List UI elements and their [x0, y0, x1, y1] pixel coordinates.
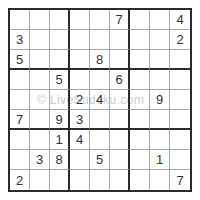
- cell-r2c9[interactable]: 2: [170, 30, 190, 50]
- cell-r1c1[interactable]: [10, 10, 30, 30]
- cell-r8c1[interactable]: [10, 150, 30, 170]
- cell-r3c9[interactable]: [170, 50, 190, 70]
- cell-r2c1[interactable]: 3: [10, 30, 30, 50]
- cell-r5c8[interactable]: 9: [150, 90, 170, 110]
- cell-r9c7[interactable]: [130, 170, 150, 190]
- cell-r1c4[interactable]: [70, 10, 90, 30]
- cell-r6c7[interactable]: [130, 110, 150, 130]
- cell-r5c3[interactable]: [50, 90, 70, 110]
- cell-r1c9[interactable]: 4: [170, 10, 190, 30]
- cell-r6c2[interactable]: [30, 110, 50, 130]
- cell-r9c1[interactable]: 2: [10, 170, 30, 190]
- cell-r5c1[interactable]: [10, 90, 30, 110]
- cell-r1c2[interactable]: [30, 10, 50, 30]
- cell-r2c7[interactable]: [130, 30, 150, 50]
- cell-r7c9[interactable]: [170, 130, 190, 150]
- cell-r9c9[interactable]: 7: [170, 170, 190, 190]
- cell-r7c4[interactable]: 4: [70, 130, 90, 150]
- cell-r2c2[interactable]: [30, 30, 50, 50]
- sudoku-grid: 7432585624979314385127: [10, 10, 190, 190]
- cell-r2c5[interactable]: [90, 30, 110, 50]
- cell-r9c4[interactable]: [70, 170, 90, 190]
- cell-r9c5[interactable]: [90, 170, 110, 190]
- cell-r9c3[interactable]: [50, 170, 70, 190]
- cell-r6c9[interactable]: [170, 110, 190, 130]
- cell-r6c8[interactable]: [150, 110, 170, 130]
- cell-r2c8[interactable]: [150, 30, 170, 50]
- cell-r2c3[interactable]: [50, 30, 70, 50]
- cell-r4c6[interactable]: 6: [110, 70, 130, 90]
- cell-r4c2[interactable]: [30, 70, 50, 90]
- cell-r6c5[interactable]: [90, 110, 110, 130]
- cell-r1c5[interactable]: [90, 10, 110, 30]
- cell-r3c1[interactable]: 5: [10, 50, 30, 70]
- cell-r4c1[interactable]: [10, 70, 30, 90]
- cell-r6c1[interactable]: 7: [10, 110, 30, 130]
- cell-r8c9[interactable]: [170, 150, 190, 170]
- cell-r5c4[interactable]: 2: [70, 90, 90, 110]
- cell-r4c4[interactable]: [70, 70, 90, 90]
- cell-r1c8[interactable]: [150, 10, 170, 30]
- cell-r3c5[interactable]: 8: [90, 50, 110, 70]
- cell-r1c7[interactable]: [130, 10, 150, 30]
- cell-r4c9[interactable]: [170, 70, 190, 90]
- cell-r7c1[interactable]: [10, 130, 30, 150]
- cell-r9c2[interactable]: [30, 170, 50, 190]
- cell-r3c8[interactable]: [150, 50, 170, 70]
- cell-r8c3[interactable]: 8: [50, 150, 70, 170]
- cell-r8c7[interactable]: [130, 150, 150, 170]
- cell-r5c7[interactable]: [130, 90, 150, 110]
- cell-r7c8[interactable]: [150, 130, 170, 150]
- cell-r6c3[interactable]: 9: [50, 110, 70, 130]
- sudoku-board: © LiveSudoku.com 7432585624979314385127: [8, 8, 192, 192]
- cell-r3c2[interactable]: [30, 50, 50, 70]
- cell-r3c7[interactable]: [130, 50, 150, 70]
- cell-r2c4[interactable]: [70, 30, 90, 50]
- cell-r5c9[interactable]: [170, 90, 190, 110]
- cell-r4c5[interactable]: [90, 70, 110, 90]
- cell-r3c6[interactable]: [110, 50, 130, 70]
- cell-r4c8[interactable]: [150, 70, 170, 90]
- cell-r7c7[interactable]: [130, 130, 150, 150]
- cell-r1c6[interactable]: 7: [110, 10, 130, 30]
- cell-r6c6[interactable]: [110, 110, 130, 130]
- cell-r7c6[interactable]: [110, 130, 130, 150]
- cell-r8c5[interactable]: 5: [90, 150, 110, 170]
- cell-r8c8[interactable]: 1: [150, 150, 170, 170]
- cell-r5c2[interactable]: [30, 90, 50, 110]
- cell-r7c3[interactable]: 1: [50, 130, 70, 150]
- cell-r4c7[interactable]: [130, 70, 150, 90]
- cell-r3c3[interactable]: [50, 50, 70, 70]
- cell-r8c6[interactable]: [110, 150, 130, 170]
- cell-r5c5[interactable]: 4: [90, 90, 110, 110]
- cell-r8c4[interactable]: [70, 150, 90, 170]
- cell-r3c4[interactable]: [70, 50, 90, 70]
- cell-r7c5[interactable]: [90, 130, 110, 150]
- cell-r5c6[interactable]: [110, 90, 130, 110]
- cell-r6c4[interactable]: 3: [70, 110, 90, 130]
- cell-r7c2[interactable]: [30, 130, 50, 150]
- cell-r4c3[interactable]: 5: [50, 70, 70, 90]
- cell-r9c6[interactable]: [110, 170, 130, 190]
- cell-r9c8[interactable]: [150, 170, 170, 190]
- cell-r1c3[interactable]: [50, 10, 70, 30]
- cell-r2c6[interactable]: [110, 30, 130, 50]
- cell-r8c2[interactable]: 3: [30, 150, 50, 170]
